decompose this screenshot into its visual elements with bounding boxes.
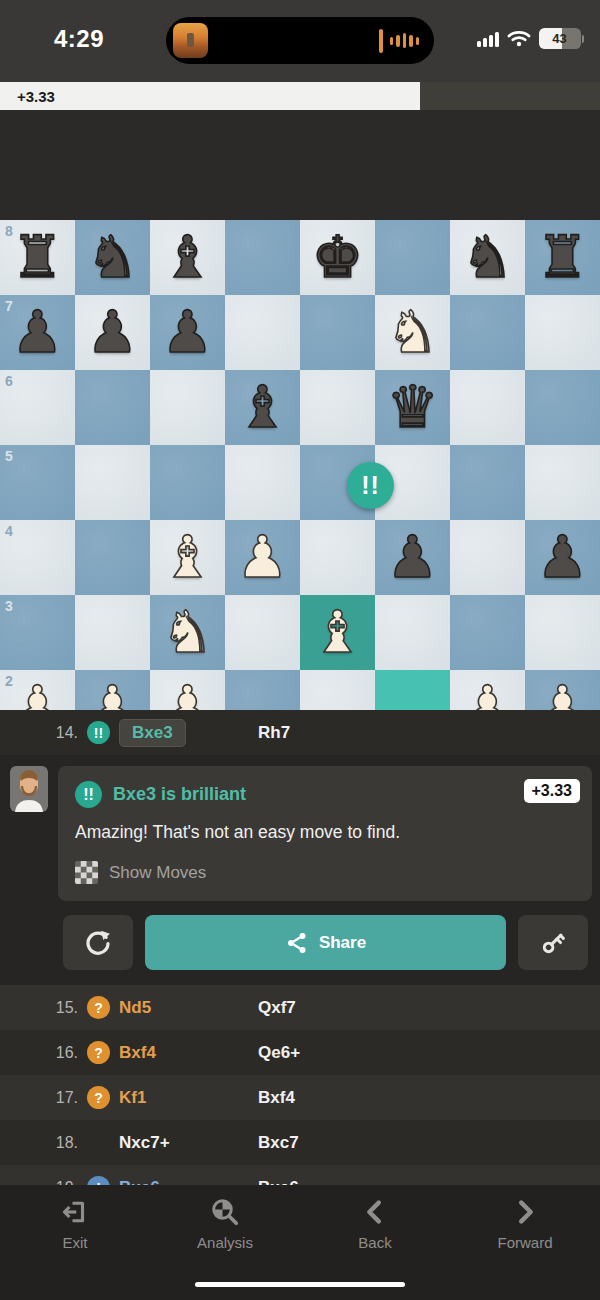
coach-avatar <box>10 766 48 812</box>
square-a4[interactable]: 4 <box>0 520 75 595</box>
coordinate-rank-2: 2 <box>5 673 13 689</box>
black-move[interactable]: Bxc7 <box>258 1133 299 1153</box>
black-knight-g8[interactable]: ♞ <box>462 220 514 295</box>
square-e6[interactable] <box>300 370 375 445</box>
white-bishop-c4[interactable]: ♝ <box>162 520 214 595</box>
square-d8[interactable] <box>225 220 300 295</box>
square-e4[interactable] <box>300 520 375 595</box>
dynamic-island <box>166 17 434 64</box>
square-c4[interactable]: ♝ <box>150 520 225 595</box>
black-pawn-h4[interactable]: ♟ <box>537 520 589 595</box>
mistake-badge-icon: ? <box>87 1041 110 1064</box>
square-f7[interactable]: ♞ <box>375 295 450 370</box>
square-a8[interactable]: 8♜ <box>0 220 75 295</box>
square-f6[interactable]: ♛ <box>375 370 450 445</box>
brilliant-badge-icon: !! <box>75 781 102 808</box>
white-move-selected[interactable]: Bxe3 <box>119 719 186 747</box>
wifi-icon <box>507 30 531 47</box>
black-move[interactable]: Rh7 <box>258 723 290 743</box>
black-pawn-c7[interactable]: ♟ <box>162 295 214 370</box>
nav-forward-label: Forward <box>497 1234 552 1251</box>
white-knight-f7[interactable]: ♞ <box>387 295 439 370</box>
retry-icon <box>83 928 113 958</box>
no-badge <box>87 1131 110 1154</box>
square-g6[interactable] <box>450 370 525 445</box>
white-knight-c3[interactable]: ♞ <box>162 595 214 670</box>
black-bishop-d6[interactable]: ♝ <box>237 370 289 445</box>
board-wrapper: 8♜♞♝♚♞♜7♟♟♟♞6♝♛54♝♟♟♟3♞♝2♟♟♟♟♟1a♜bcd♛e♚f… <box>0 110 600 710</box>
square-b8[interactable]: ♞ <box>75 220 150 295</box>
square-c6[interactable] <box>150 370 225 445</box>
black-rook-h8[interactable]: ♜ <box>537 220 589 295</box>
move-row-current[interactable]: 14. !! Bxe3 Rh7 <box>0 710 600 755</box>
white-move[interactable]: Nd5 <box>119 998 151 1018</box>
move-row[interactable]: 17.?Kf1Bxf4 <box>0 1075 600 1120</box>
square-f3[interactable] <box>375 595 450 670</box>
forward-icon <box>510 1197 540 1227</box>
comment-panel: !! Bxe3 is brilliant +3.33 Amazing! That… <box>58 766 592 901</box>
now-playing-album-art <box>173 23 208 58</box>
black-king-e8[interactable]: ♚ <box>312 220 364 295</box>
square-b7[interactable]: ♟ <box>75 295 150 370</box>
key-button[interactable] <box>518 915 588 970</box>
move-number: 16. <box>0 1044 78 1062</box>
square-h5[interactable] <box>525 445 600 520</box>
square-h3[interactable] <box>525 595 600 670</box>
square-a3[interactable]: 3 <box>0 595 75 670</box>
coordinate-rank-8: 8 <box>5 223 13 239</box>
black-move[interactable]: Qe6+ <box>258 1043 300 1063</box>
evaluation-score: +3.33 <box>17 82 55 110</box>
square-c8[interactable]: ♝ <box>150 220 225 295</box>
square-d3[interactable] <box>225 595 300 670</box>
nav-exit-label: Exit <box>62 1234 87 1251</box>
coordinate-rank-5: 5 <box>5 448 13 464</box>
nav-exit[interactable]: Exit <box>0 1185 150 1300</box>
square-h8[interactable]: ♜ <box>525 220 600 295</box>
exit-icon <box>60 1197 90 1227</box>
square-b5[interactable] <box>75 445 150 520</box>
clock: 4:29 <box>54 25 104 53</box>
nav-forward[interactable]: Forward <box>450 1185 600 1300</box>
brilliant-badge-icon: !! <box>87 721 110 744</box>
square-a5[interactable]: 5 <box>0 445 75 520</box>
black-move[interactable]: Bxf4 <box>258 1088 295 1108</box>
retry-button[interactable] <box>63 915 133 970</box>
evaluation-chip: +3.33 <box>524 779 580 803</box>
move-row[interactable]: 18.Nxc7+Bxc7 <box>0 1120 600 1165</box>
coordinate-rank-4: 4 <box>5 523 13 539</box>
black-move[interactable]: Qxf7 <box>258 998 296 1018</box>
analysis-icon <box>210 1197 240 1227</box>
black-queen-f6[interactable]: ♛ <box>387 370 439 445</box>
mistake-badge-icon: ? <box>87 1086 110 1109</box>
square-d5[interactable] <box>225 445 300 520</box>
square-a7[interactable]: 7♟ <box>0 295 75 370</box>
square-g4[interactable] <box>450 520 525 595</box>
square-c3[interactable]: ♞ <box>150 595 225 670</box>
square-d4[interactable]: ♟ <box>225 520 300 595</box>
evaluation-white-portion <box>0 82 420 110</box>
key-icon <box>532 921 574 963</box>
battery-percent: 43 <box>539 28 581 49</box>
black-bishop-c8[interactable]: ♝ <box>162 220 214 295</box>
action-buttons-row: Share <box>63 915 588 970</box>
white-move[interactable]: Bxf4 <box>119 1043 156 1063</box>
square-g3[interactable] <box>450 595 525 670</box>
status-bar: 4:29 43 <box>0 0 600 82</box>
move-number: 15. <box>0 999 78 1017</box>
black-rook-a8[interactable]: ♜ <box>12 220 64 295</box>
square-g7[interactable] <box>450 295 525 370</box>
square-e7[interactable] <box>300 295 375 370</box>
square-b6[interactable] <box>75 370 150 445</box>
mini-board-icon <box>75 861 98 884</box>
white-bishop-e3[interactable]: ♝ <box>312 595 364 670</box>
move-number: 17. <box>0 1089 78 1107</box>
black-knight-b8[interactable]: ♞ <box>87 220 139 295</box>
move-row[interactable]: 16.?Bxf4Qe6+ <box>0 1030 600 1075</box>
square-h7[interactable] <box>525 295 600 370</box>
coordinate-rank-3: 3 <box>5 598 13 614</box>
comment-body: Amazing! That's not an easy move to find… <box>75 822 400 843</box>
nav-back-label: Back <box>358 1234 391 1251</box>
coordinate-rank-7: 7 <box>5 298 13 314</box>
black-pawn-a7[interactable]: ♟ <box>12 295 64 370</box>
square-g8[interactable]: ♞ <box>450 220 525 295</box>
share-label: Share <box>319 933 366 953</box>
show-moves-label: Show Moves <box>109 863 206 883</box>
white-move[interactable]: Nxc7+ <box>119 1133 170 1153</box>
square-h6[interactable] <box>525 370 600 445</box>
square-g5[interactable] <box>450 445 525 520</box>
nav-analysis-label: Analysis <box>197 1234 253 1251</box>
battery-icon: 43 <box>539 28 581 49</box>
show-moves-button[interactable]: Show Moves <box>75 861 206 884</box>
move-row[interactable]: 15.?Nd5Qxf7 <box>0 985 600 1030</box>
white-move[interactable]: Kf1 <box>119 1088 146 1108</box>
move-number: 14. <box>0 724 78 742</box>
square-b4[interactable] <box>75 520 150 595</box>
share-button[interactable]: Share <box>145 915 506 970</box>
black-pawn-b7[interactable]: ♟ <box>87 295 139 370</box>
audio-waveform-icon <box>379 29 419 53</box>
square-h4[interactable]: ♟ <box>525 520 600 595</box>
mistake-badge-icon: ? <box>87 996 110 1019</box>
square-e3[interactable]: ♝ <box>300 595 375 670</box>
square-f4[interactable]: ♟ <box>375 520 450 595</box>
square-e8[interactable]: ♚ <box>300 220 375 295</box>
white-pawn-d4[interactable]: ♟ <box>237 520 289 595</box>
back-icon <box>360 1197 390 1227</box>
square-f8[interactable] <box>375 220 450 295</box>
coordinate-rank-6: 6 <box>5 373 13 389</box>
share-icon <box>285 931 309 955</box>
square-d7[interactable] <box>225 295 300 370</box>
cellular-signal-icon <box>477 31 499 47</box>
square-a6[interactable]: 6 <box>0 370 75 445</box>
black-pawn-f4[interactable]: ♟ <box>387 520 439 595</box>
evaluation-bar: +3.33 <box>0 82 600 110</box>
brilliant-move-badge: !! <box>347 462 394 509</box>
move-number: 18. <box>0 1134 78 1152</box>
square-d6[interactable]: ♝ <box>225 370 300 445</box>
home-indicator[interactable] <box>195 1282 405 1287</box>
comment-title: Bxe3 is brilliant <box>113 784 246 805</box>
square-c5[interactable] <box>150 445 225 520</box>
square-b3[interactable] <box>75 595 150 670</box>
square-c7[interactable]: ♟ <box>150 295 225 370</box>
